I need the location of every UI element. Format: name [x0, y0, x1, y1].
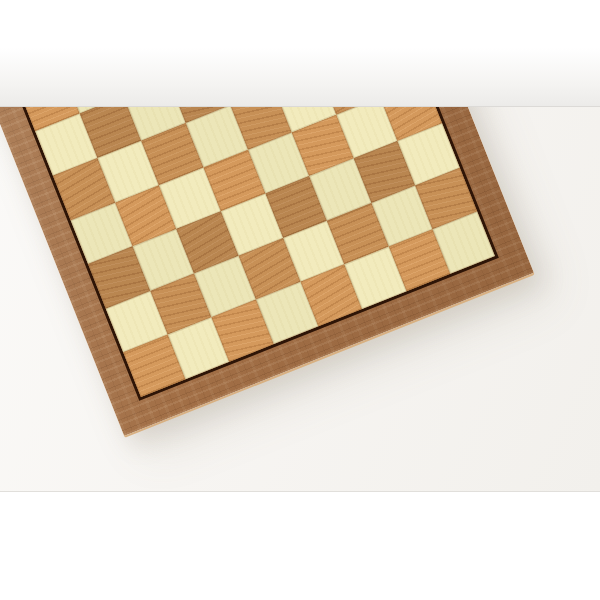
board-grid: [0, 106, 495, 397]
background-lower: [0, 492, 600, 600]
product-photo: [0, 0, 600, 600]
photo-backdrop: [0, 106, 600, 492]
board-inner-border: [0, 106, 499, 401]
chessboard: [0, 106, 534, 436]
board-frame: [0, 106, 534, 436]
background-upper: [0, 0, 600, 106]
